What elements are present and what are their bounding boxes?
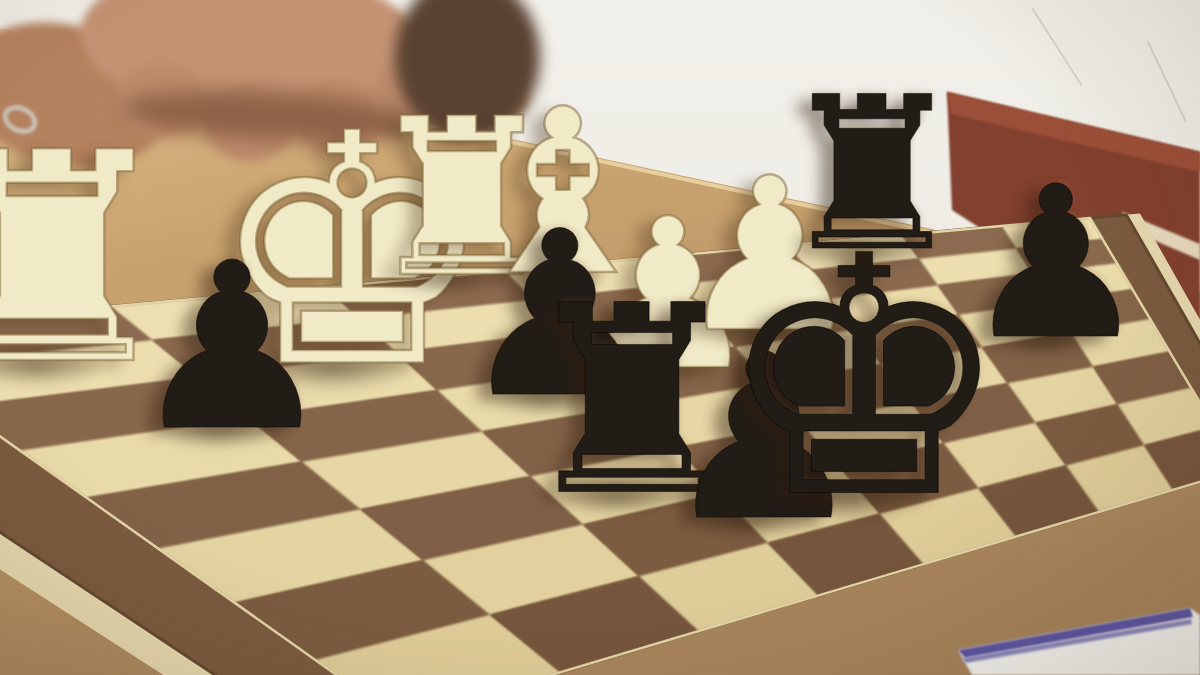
chess-photo-scene: ♜♚♜♝♟♟♟♟♜♟♚♜♟ [0, 0, 1200, 675]
piece-black-rook-h8[interactable]: ♜ [777, 69, 967, 281]
chess-pieces-layer: ♜♚♜♝♟♟♟♟♜♟♚♜♟ [0, 0, 1200, 675]
piece-black-pawn-h7[interactable]: ♟ [962, 159, 1150, 369]
piece-black-pawn-a6[interactable]: ♟ [129, 233, 335, 463]
